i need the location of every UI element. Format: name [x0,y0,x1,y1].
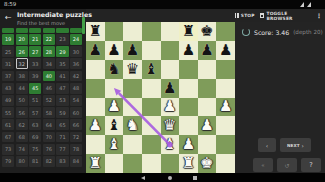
puzzle-cell[interactable]: 33 [29,58,41,69]
square-b4[interactable]: ♟ [105,98,124,117]
puzzle-cell[interactable]: 69 [29,132,41,143]
android-recents-icon[interactable] [193,176,197,180]
square-g2[interactable] [198,135,217,154]
square-d5[interactable] [142,79,161,98]
square-d6[interactable]: ♝ [142,60,161,79]
puzzle-cell[interactable]: 63 [29,119,41,130]
android-home-icon[interactable] [168,176,172,180]
square-a1[interactable]: ♜ [86,154,105,173]
puzzle-cell[interactable]: 23 [56,34,68,45]
square-e5[interactable]: ♟ [161,79,180,98]
puzzle-cell[interactable]: 46 [43,83,55,94]
square-d8[interactable] [142,22,161,41]
square-h6[interactable] [216,60,235,79]
puzzle-cell[interactable]: 53 [56,95,68,106]
puzzle-cell[interactable]: 70 [43,132,55,143]
puzzle-cell[interactable]: 19 [2,34,14,45]
toolbar: STOP TOGGLE BROWSER ⋮ [235,9,325,22]
white-pawn-a3: ♟ [89,118,102,133]
white-queen-e3: ♛ [163,118,176,133]
square-e4[interactable]: ♟ [161,98,180,117]
puzzle-cell[interactable]: 37 [2,71,14,82]
puzzle-cell-partial[interactable] [29,28,41,33]
puzzle-cell-partial[interactable] [2,28,14,33]
puzzle-cell[interactable]: 43 [2,83,14,94]
square-a4[interactable] [86,98,105,117]
puzzle-cell[interactable]: 77 [56,144,68,155]
square-d1[interactable] [142,154,161,173]
puzzle-cell[interactable]: 45 [29,83,41,94]
puzzle-cell[interactable]: 25 [2,46,14,57]
puzzle-cell[interactable]: 40 [43,71,55,82]
square-f2[interactable]: ♟ [179,135,198,154]
square-f1[interactable]: ♜ [179,154,198,173]
puzzle-cell[interactable]: 26 [16,46,28,57]
android-back-icon[interactable] [141,176,145,180]
square-f6[interactable] [179,60,198,79]
square-f8[interactable]: ♜ [179,22,198,41]
toggle-browser-button[interactable]: TOGGLE BROWSER [260,11,311,21]
square-e2[interactable]: ♝ [161,135,180,154]
square-a7[interactable]: ♟ [86,41,105,60]
square-f5[interactable] [179,79,198,98]
black-bishop-d6: ♝ [144,62,157,77]
square-d7[interactable] [142,41,161,60]
white-pawn-b4: ♟ [107,99,120,114]
black-rook-a8: ♜ [89,24,102,39]
square-h1[interactable] [216,154,235,173]
black-queen-c6: ♛ [126,62,139,77]
square-f4[interactable] [179,98,198,117]
puzzle-cell[interactable]: 50 [16,95,28,106]
puzzle-cell-partial[interactable] [43,28,55,33]
white-pawn-e4: ♟ [163,99,176,114]
black-rook-f8: ♜ [182,24,195,39]
puzzle-cell[interactable]: 52 [43,95,55,106]
square-b6[interactable]: ♞ [105,60,124,79]
puzzle-cell[interactable]: 66 [70,119,82,130]
puzzle-cell[interactable]: 76 [43,144,55,155]
puzzle-cell[interactable]: 74 [16,144,28,155]
puzzle-cell[interactable]: 30 [70,46,82,57]
square-g4[interactable] [198,98,217,117]
square-e3[interactable]: ♛ [161,116,180,135]
engine-spinner-icon [242,28,250,36]
puzzle-cell[interactable]: 67 [2,132,14,143]
puzzle-cell[interactable]: 22 [43,34,55,45]
white-rook-a1: ♜ [89,156,102,171]
signal-icon [307,2,311,7]
square-b3[interactable]: ♝ [105,116,124,135]
puzzle-cell[interactable]: 57 [29,107,41,118]
puzzle-cell[interactable]: 61 [2,119,14,130]
puzzle-cell[interactable]: 42 [70,71,82,82]
puzzle-cell[interactable]: 27 [29,46,41,57]
square-h2[interactable] [216,135,235,154]
puzzle-cell[interactable]: 34 [43,58,55,69]
square-b8[interactable] [105,22,124,41]
square-d4[interactable] [142,98,161,117]
black-pawn-h7: ♟ [219,43,232,58]
puzzle-cell[interactable]: 29 [56,46,68,57]
black-pawn-f7: ♟ [182,43,195,58]
black-bishop-b3: ♝ [107,118,120,133]
puzzle-cell[interactable]: 60 [70,107,82,118]
puzzle-cell[interactable]: 48 [70,83,82,94]
puzzle-cell[interactable]: 49 [2,95,14,106]
square-b2[interactable]: ♝ [105,135,124,154]
white-bishop-b2: ♝ [107,137,120,152]
chess-board[interactable]: ♜♜♚♟♟♟♟♟♟♞♛♝♟♟♟♟♟♝♞♛♟♝♝♟♜♜♚ [86,22,235,173]
white-rook-f1: ♜ [182,156,195,171]
square-f7[interactable]: ♟ [179,41,198,60]
square-a8[interactable]: ♜ [86,22,105,41]
puzzle-cell[interactable]: 68 [16,132,28,143]
overflow-menu-icon[interactable]: ⋮ [316,12,322,19]
puzzle-cell[interactable]: 44 [16,83,28,94]
stop-button[interactable]: STOP [235,13,255,18]
black-knight-b6: ♞ [107,62,120,77]
undo-button[interactable]: ↺ [277,158,297,172]
puzzle-cell[interactable]: 58 [43,107,55,118]
stop-icon [235,13,239,18]
puzzle-cell[interactable]: 84 [70,156,82,167]
puzzle-cell[interactable]: 82 [43,156,55,167]
square-e6[interactable] [161,60,180,79]
square-g6[interactable] [198,60,217,79]
white-bishop-e2: ♝ [163,137,176,152]
puzzle-cell-partial[interactable] [16,28,28,33]
puzzle-cell[interactable]: 47 [56,83,68,94]
clock: 8:59 [4,0,16,9]
puzzle-cell[interactable]: 51 [29,95,41,106]
puzzle-cell-partial[interactable] [70,28,82,33]
square-c3[interactable]: ♞ [123,116,142,135]
square-d2[interactable] [142,135,161,154]
square-c5[interactable] [123,79,142,98]
puzzle-cell[interactable]: 35 [56,58,68,69]
puzzle-cell[interactable]: 59 [56,107,68,118]
square-g5[interactable] [198,79,217,98]
puzzle-cell[interactable]: 38 [16,71,28,82]
engine-score-row: Score: 3.46 (depth 20) [242,28,323,36]
page-title: Intermediate puzzles [17,11,92,18]
black-pawn-c7: ♟ [126,43,139,58]
square-b1[interactable] [105,154,124,173]
app-screen: 8:59 ← Intermediate puzzles Find the bes… [0,0,325,182]
puzzle-cell[interactable]: 79 [2,156,14,167]
puzzle-cell[interactable]: 75 [29,144,41,155]
square-e7[interactable] [161,41,180,60]
browser-icon [260,13,265,18]
square-g7[interactable]: ♟ [198,41,217,60]
status-bar: 8:59 [0,0,325,9]
white-pawn-f2: ♟ [182,137,195,152]
square-c8[interactable] [123,22,142,41]
square-f3[interactable] [179,116,198,135]
hint-button[interactable]: ? [301,158,321,172]
square-h8[interactable] [216,22,235,41]
black-pawn-b7: ♟ [107,43,120,58]
android-navbar [0,173,325,182]
engine-score: Score: 3.46 [254,29,289,36]
engine-panel: Score: 3.46 (depth 20) ‹ NEXT › « ↺ ? [235,22,325,173]
next-puzzle-button[interactable]: NEXT › [280,138,311,152]
previous-puzzle-button[interactable]: ‹ [258,138,276,152]
puzzle-cell[interactable]: 55 [2,107,14,118]
puzzle-cell[interactable]: 56 [16,107,28,118]
puzzle-cell[interactable]: 31 [2,58,14,69]
white-pawn-h4: ♟ [219,99,232,114]
puzzle-cell[interactable]: 28 [43,46,55,57]
puzzle-cell[interactable]: 32 [16,58,28,69]
square-c4[interactable] [123,98,142,117]
square-h5[interactable] [216,79,235,98]
square-a3[interactable]: ♟ [86,116,105,135]
puzzle-cell[interactable]: 54 [70,95,82,106]
puzzle-cell[interactable]: 78 [70,144,82,155]
puzzle-cell[interactable]: 36 [70,58,82,69]
square-h4[interactable]: ♟ [216,98,235,117]
puzzle-cell[interactable]: 83 [56,156,68,167]
puzzle-cell[interactable]: 71 [56,132,68,143]
back-arrow-icon[interactable]: ← [5,13,12,22]
puzzle-cell[interactable]: 64 [43,119,55,130]
puzzle-grid: 1920212223242526272829303132333435363738… [2,28,84,168]
square-c6[interactable]: ♛ [123,60,142,79]
page-subtitle: Find the best move [17,20,65,26]
puzzle-cell[interactable]: 21 [29,34,41,45]
puzzle-cell[interactable]: 39 [29,71,41,82]
puzzle-cell[interactable]: 73 [2,144,14,155]
square-g1[interactable]: ♚ [198,154,217,173]
square-g3[interactable]: ♟ [198,116,217,135]
square-a6[interactable] [86,60,105,79]
square-d3[interactable] [142,116,161,135]
puzzle-cell[interactable]: 20 [16,34,28,45]
square-a2[interactable] [86,135,105,154]
square-c2[interactable] [123,135,142,154]
black-pawn-e5: ♟ [163,81,176,96]
square-g8[interactable]: ♚ [198,22,217,41]
white-pawn-g3: ♟ [200,118,213,133]
square-e1[interactable] [161,154,180,173]
puzzle-list-panel: ← Intermediate puzzles Find the best mov… [0,9,86,173]
square-b5[interactable] [105,79,124,98]
puzzle-cell[interactable]: 80 [16,156,28,167]
puzzle-cell[interactable]: 62 [16,119,28,130]
puzzle-cell[interactable]: 72 [70,132,82,143]
square-h3[interactable] [216,116,235,135]
black-king-g8: ♚ [200,24,213,39]
white-king-g1: ♚ [200,156,213,171]
puzzle-cell[interactable]: 24 [70,34,82,45]
square-c7[interactable]: ♟ [123,41,142,60]
square-b7[interactable]: ♟ [105,41,124,60]
square-e8[interactable] [161,22,180,41]
wifi-icon [300,2,304,7]
square-c1[interactable] [123,154,142,173]
engine-depth: (depth 20) [293,29,323,35]
puzzle-cell[interactable]: 65 [56,119,68,130]
puzzle-cell[interactable]: 81 [29,156,41,167]
black-pawn-a7: ♟ [89,43,102,58]
white-knight-c3: ♞ [126,118,139,133]
chevron-right-icon: › [302,142,304,149]
puzzle-cell[interactable]: 41 [56,71,68,82]
square-a5[interactable] [86,79,105,98]
restart-button[interactable]: « [253,158,273,172]
puzzle-cell-partial[interactable] [56,28,68,33]
black-pawn-g7: ♟ [200,43,213,58]
square-h7[interactable]: ♟ [216,41,235,60]
